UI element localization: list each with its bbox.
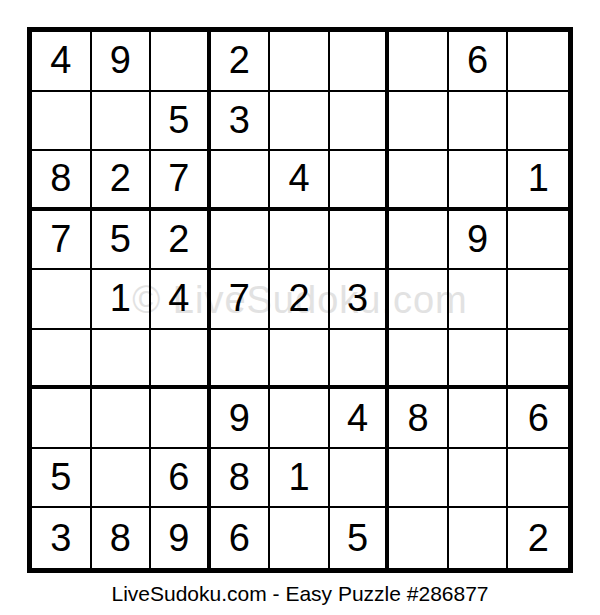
cell-r4c7[interactable] (389, 211, 449, 271)
cell-r6c4[interactable] (211, 330, 271, 390)
cell-r1c7[interactable] (389, 32, 449, 92)
cell-r5c2[interactable]: 1 (92, 270, 152, 330)
cell-r8c5[interactable]: 1 (270, 449, 330, 509)
cell-r9c5[interactable] (270, 508, 330, 568)
cell-r4c4[interactable] (211, 211, 271, 271)
cell-r1c4[interactable]: 2 (211, 32, 271, 92)
cell-r5c9[interactable] (508, 270, 568, 330)
cell-r1c3[interactable] (151, 32, 211, 92)
cell-r7c4[interactable]: 9 (211, 389, 271, 449)
cell-r3c7[interactable] (389, 151, 449, 211)
cell-r9c3[interactable]: 9 (151, 508, 211, 568)
cell-r6c8[interactable] (449, 330, 509, 390)
cell-r8c7[interactable] (389, 449, 449, 509)
cell-r1c2[interactable]: 9 (92, 32, 152, 92)
cell-r4c9[interactable] (508, 211, 568, 271)
cell-r2c5[interactable] (270, 92, 330, 152)
cell-r2c3[interactable]: 5 (151, 92, 211, 152)
cell-r2c8[interactable] (449, 92, 509, 152)
cell-r5c8[interactable] (449, 270, 509, 330)
cell-r3c6[interactable] (330, 151, 390, 211)
cell-r3c2[interactable]: 2 (92, 151, 152, 211)
cell-r2c6[interactable] (330, 92, 390, 152)
cell-r7c1[interactable] (32, 389, 92, 449)
cell-r8c3[interactable]: 6 (151, 449, 211, 509)
cell-r7c3[interactable] (151, 389, 211, 449)
cell-r3c5[interactable]: 4 (270, 151, 330, 211)
cell-r3c1[interactable]: 8 (32, 151, 92, 211)
cell-r3c4[interactable] (211, 151, 271, 211)
cell-r9c2[interactable]: 8 (92, 508, 152, 568)
cell-r5c5[interactable]: 2 (270, 270, 330, 330)
cell-r9c6[interactable]: 5 (330, 508, 390, 568)
cell-r3c9[interactable]: 1 (508, 151, 568, 211)
cell-r8c4[interactable]: 8 (211, 449, 271, 509)
cell-r6c1[interactable] (32, 330, 92, 390)
cell-r1c6[interactable] (330, 32, 390, 92)
cell-r5c1[interactable] (32, 270, 92, 330)
cell-r4c1[interactable]: 7 (32, 211, 92, 271)
cell-r5c3[interactable]: 4 (151, 270, 211, 330)
cell-r4c6[interactable] (330, 211, 390, 271)
cell-r4c5[interactable] (270, 211, 330, 271)
cell-r6c3[interactable] (151, 330, 211, 390)
cell-r3c3[interactable]: 7 (151, 151, 211, 211)
cell-r7c7[interactable]: 8 (389, 389, 449, 449)
cell-r4c8[interactable]: 9 (449, 211, 509, 271)
cell-r8c6[interactable] (330, 449, 390, 509)
cell-r1c8[interactable]: 6 (449, 32, 509, 92)
cell-r2c1[interactable] (32, 92, 92, 152)
cell-r1c9[interactable] (508, 32, 568, 92)
cell-r5c6[interactable]: 3 (330, 270, 390, 330)
cell-r9c4[interactable]: 6 (211, 508, 271, 568)
cell-r1c5[interactable] (270, 32, 330, 92)
cell-r4c2[interactable]: 5 (92, 211, 152, 271)
cell-r7c2[interactable] (92, 389, 152, 449)
cell-r2c7[interactable] (389, 92, 449, 152)
cell-r6c5[interactable] (270, 330, 330, 390)
cell-r5c7[interactable] (389, 270, 449, 330)
cell-r6c2[interactable] (92, 330, 152, 390)
cell-r3c8[interactable] (449, 151, 509, 211)
cell-r2c4[interactable]: 3 (211, 92, 271, 152)
cell-r9c9[interactable]: 2 (508, 508, 568, 568)
cell-r7c9[interactable]: 6 (508, 389, 568, 449)
cell-r6c7[interactable] (389, 330, 449, 390)
cell-r1c1[interactable]: 4 (32, 32, 92, 92)
cell-r2c9[interactable] (508, 92, 568, 152)
cell-r5c4[interactable]: 7 (211, 270, 271, 330)
caption: LiveSudoku.com - Easy Puzzle #286877 (0, 582, 600, 606)
cell-r6c9[interactable] (508, 330, 568, 390)
cell-r8c9[interactable] (508, 449, 568, 509)
cell-r8c1[interactable]: 5 (32, 449, 92, 509)
sudoku-board: 4926538274175291472394865681389652 (27, 27, 573, 573)
sudoku-board-wrap: © LiveSudoku.com 49265382741752914723948… (27, 27, 573, 573)
cell-r6c6[interactable] (330, 330, 390, 390)
cell-r8c8[interactable] (449, 449, 509, 509)
cell-r7c6[interactable]: 4 (330, 389, 390, 449)
cell-r7c8[interactable] (449, 389, 509, 449)
cell-r9c8[interactable] (449, 508, 509, 568)
cell-r4c3[interactable]: 2 (151, 211, 211, 271)
cell-r8c2[interactable] (92, 449, 152, 509)
cell-r7c5[interactable] (270, 389, 330, 449)
cell-r2c2[interactable] (92, 92, 152, 152)
cell-r9c1[interactable]: 3 (32, 508, 92, 568)
cell-r9c7[interactable] (389, 508, 449, 568)
